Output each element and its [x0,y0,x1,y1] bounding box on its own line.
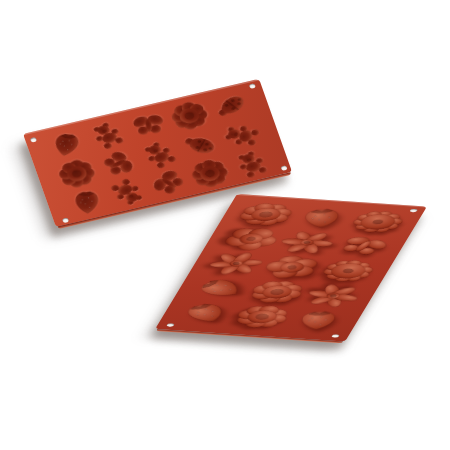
narcissus-bump-shape [305,282,363,310]
corner-hole [409,209,418,213]
corner-hole [30,137,37,143]
relief-grid-3x5 [171,200,414,334]
corner-hole [280,165,287,171]
strawberry-bump-shape [289,308,347,332]
corner-hole [166,323,175,327]
mold-cell [298,282,369,310]
corner-hole [62,218,69,224]
silicone-mold-relief-side [155,194,427,342]
corner-hole [331,334,340,338]
corner-hole [249,83,256,89]
primrose-bump-shape [264,254,322,282]
mold-cell [201,250,272,278]
product-photo-scene [0,0,450,450]
daisy-cavity-shape [57,159,96,188]
mold-cell [283,306,354,334]
